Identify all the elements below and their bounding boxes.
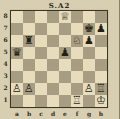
square-c6 bbox=[35, 35, 47, 47]
square-f1: ♖ bbox=[71, 95, 83, 107]
square-c4 bbox=[35, 59, 47, 71]
rank-label-7: 7 bbox=[2, 22, 9, 34]
scanned-diagram-page: S.A2 87654321 ♕♚♟♜♘♟♛♟♙♙♙♖♖♔ abcdefgh bbox=[0, 0, 120, 119]
square-d8 bbox=[47, 11, 59, 23]
white-pawn: ♙ bbox=[11, 83, 23, 95]
square-e2 bbox=[59, 83, 71, 95]
square-b1 bbox=[23, 95, 35, 107]
square-e4 bbox=[59, 59, 71, 71]
rank-label-4: 4 bbox=[2, 58, 9, 70]
rank-label-2: 2 bbox=[2, 82, 9, 94]
square-d1 bbox=[47, 95, 59, 107]
square-h7: ♟ bbox=[95, 23, 107, 35]
file-label-f: f bbox=[71, 110, 83, 118]
black-pawn: ♟ bbox=[95, 23, 107, 35]
square-e8: ♕ bbox=[59, 11, 71, 23]
square-b2: ♙ bbox=[23, 83, 35, 95]
white-queen: ♕ bbox=[59, 11, 71, 23]
square-g1 bbox=[83, 95, 95, 107]
square-a7 bbox=[11, 23, 23, 35]
square-a5: ♛ bbox=[11, 47, 23, 59]
file-label-b: b bbox=[23, 110, 35, 118]
square-b6: ♜ bbox=[23, 35, 35, 47]
square-d5 bbox=[47, 47, 59, 59]
square-d3 bbox=[47, 71, 59, 83]
square-b8 bbox=[23, 11, 35, 23]
square-h4 bbox=[95, 59, 107, 71]
rank-label-5: 5 bbox=[2, 46, 9, 58]
square-f3 bbox=[71, 71, 83, 83]
square-h1: ♔ bbox=[95, 95, 107, 107]
square-f8 bbox=[71, 11, 83, 23]
white-rook: ♖ bbox=[71, 95, 83, 107]
square-f4 bbox=[71, 59, 83, 71]
square-e7 bbox=[59, 23, 71, 35]
square-h6 bbox=[95, 35, 107, 47]
white-pawn: ♙ bbox=[23, 83, 35, 95]
file-label-c: c bbox=[35, 110, 47, 118]
square-g2: ♙ bbox=[83, 83, 95, 95]
square-d4 bbox=[47, 59, 59, 71]
rank-label-3: 3 bbox=[2, 70, 9, 82]
white-pawn: ♙ bbox=[83, 83, 95, 95]
square-c3 bbox=[35, 71, 47, 83]
square-c8 bbox=[35, 11, 47, 23]
black-pawn: ♟ bbox=[59, 47, 71, 59]
square-d7 bbox=[47, 23, 59, 35]
square-b4 bbox=[23, 59, 35, 71]
square-c5 bbox=[35, 47, 47, 59]
square-c7 bbox=[35, 23, 47, 35]
file-label-g: g bbox=[83, 110, 95, 118]
square-a8 bbox=[11, 11, 23, 23]
square-e5: ♟ bbox=[59, 47, 71, 59]
square-b5 bbox=[23, 47, 35, 59]
square-g4 bbox=[83, 59, 95, 71]
chess-board: ♕♚♟♜♘♟♛♟♙♙♙♖♖♔ bbox=[10, 10, 108, 108]
rank-labels: 87654321 bbox=[2, 10, 9, 106]
square-e3 bbox=[59, 71, 71, 83]
square-f5 bbox=[71, 47, 83, 59]
square-a1 bbox=[11, 95, 23, 107]
white-knight: ♘ bbox=[71, 35, 83, 47]
square-a4 bbox=[11, 59, 23, 71]
file-labels: abcdefgh bbox=[11, 110, 107, 118]
square-d6 bbox=[47, 35, 59, 47]
square-c2 bbox=[35, 83, 47, 95]
square-g5 bbox=[83, 47, 95, 59]
square-g6: ♟ bbox=[83, 35, 95, 47]
file-label-a: a bbox=[11, 110, 23, 118]
square-f6: ♘ bbox=[71, 35, 83, 47]
rank-label-6: 6 bbox=[2, 34, 9, 46]
diagram-label: S.A2 bbox=[0, 1, 119, 10]
file-label-h: h bbox=[95, 110, 107, 118]
black-rook: ♜ bbox=[23, 35, 35, 47]
square-e1 bbox=[59, 95, 71, 107]
square-a2: ♙ bbox=[11, 83, 23, 95]
rank-label-1: 1 bbox=[2, 94, 9, 106]
square-d2 bbox=[47, 83, 59, 95]
square-c1 bbox=[35, 95, 47, 107]
file-label-e: e bbox=[59, 110, 71, 118]
file-label-d: d bbox=[47, 110, 59, 118]
rank-label-8: 8 bbox=[2, 10, 9, 22]
black-pawn: ♟ bbox=[83, 35, 95, 47]
square-h5 bbox=[95, 47, 107, 59]
black-queen: ♛ bbox=[11, 47, 23, 59]
white-king: ♔ bbox=[95, 95, 107, 107]
